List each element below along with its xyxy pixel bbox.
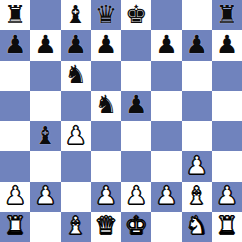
square-h6[interactable] (212, 61, 242, 91)
square-c2[interactable] (61, 182, 91, 212)
black-bishop: ♝ (64, 2, 86, 27)
square-h8[interactable]: ♜ (212, 0, 242, 30)
square-b5[interactable] (30, 91, 60, 121)
square-a8[interactable]: ♜ (0, 0, 30, 30)
square-f2[interactable]: ♟ (151, 182, 181, 212)
black-rook: ♜ (4, 2, 26, 27)
square-c7[interactable]: ♟ (61, 30, 91, 60)
square-c5[interactable] (61, 91, 91, 121)
square-c3[interactable] (61, 151, 91, 181)
square-a2[interactable]: ♟ (0, 182, 30, 212)
square-g6[interactable] (182, 61, 212, 91)
square-b8[interactable] (30, 0, 60, 30)
square-f1[interactable] (151, 212, 181, 242)
square-a6[interactable] (0, 61, 30, 91)
square-g1[interactable]: ♞ (182, 212, 212, 242)
square-g5[interactable] (182, 91, 212, 121)
square-c1[interactable]: ♝ (61, 212, 91, 242)
square-f7[interactable]: ♟ (151, 30, 181, 60)
square-e5[interactable]: ♟ (121, 91, 151, 121)
black-pawn: ♟ (64, 32, 86, 57)
black-pawn: ♟ (185, 32, 207, 57)
square-d2[interactable]: ♟ (91, 182, 121, 212)
square-g4[interactable] (182, 121, 212, 151)
square-h5[interactable] (212, 91, 242, 121)
black-knight: ♞ (64, 62, 86, 87)
square-f8[interactable] (151, 0, 181, 30)
square-h1[interactable]: ♜ (212, 212, 242, 242)
square-d7[interactable]: ♟ (91, 30, 121, 60)
black-rook: ♜ (216, 2, 238, 27)
white-queen: ♛ (95, 213, 117, 238)
square-d6[interactable] (91, 61, 121, 91)
square-d4[interactable] (91, 121, 121, 151)
white-pawn: ♟ (216, 183, 238, 208)
square-d3[interactable] (91, 151, 121, 181)
square-b7[interactable]: ♟ (30, 30, 60, 60)
white-king: ♚ (125, 213, 147, 238)
black-pawn: ♟ (216, 32, 238, 57)
square-d5[interactable]: ♞ (91, 91, 121, 121)
white-pawn: ♟ (95, 183, 117, 208)
square-a5[interactable] (0, 91, 30, 121)
square-b1[interactable] (30, 212, 60, 242)
black-knight: ♞ (95, 92, 117, 117)
square-e4[interactable] (121, 121, 151, 151)
square-a7[interactable]: ♟ (0, 30, 30, 60)
square-c6[interactable]: ♞ (61, 61, 91, 91)
square-e6[interactable] (121, 61, 151, 91)
square-a3[interactable] (0, 151, 30, 181)
square-f3[interactable] (151, 151, 181, 181)
square-d8[interactable]: ♛ (91, 0, 121, 30)
square-g3[interactable]: ♟ (182, 151, 212, 181)
square-g8[interactable] (182, 0, 212, 30)
white-bishop: ♝ (185, 183, 207, 208)
black-queen: ♛ (95, 2, 117, 27)
black-pawn: ♟ (4, 32, 26, 57)
square-g7[interactable]: ♟ (182, 30, 212, 60)
square-e3[interactable] (121, 151, 151, 181)
white-bishop: ♝ (64, 213, 86, 238)
square-e8[interactable]: ♚ (121, 0, 151, 30)
square-h3[interactable] (212, 151, 242, 181)
white-pawn: ♟ (4, 183, 26, 208)
square-e7[interactable] (121, 30, 151, 60)
white-pawn: ♟ (125, 183, 147, 208)
white-pawn: ♟ (64, 123, 86, 148)
square-f6[interactable] (151, 61, 181, 91)
square-b6[interactable] (30, 61, 60, 91)
white-rook: ♜ (4, 213, 26, 238)
square-b3[interactable] (30, 151, 60, 181)
square-h7[interactable]: ♟ (212, 30, 242, 60)
square-a1[interactable]: ♜ (0, 212, 30, 242)
square-h4[interactable] (212, 121, 242, 151)
white-pawn: ♟ (34, 183, 56, 208)
square-b4[interactable]: ♝ (30, 121, 60, 151)
square-f4[interactable] (151, 121, 181, 151)
square-c8[interactable]: ♝ (61, 0, 91, 30)
square-h2[interactable]: ♟ (212, 182, 242, 212)
black-pawn: ♟ (155, 32, 177, 57)
square-f5[interactable] (151, 91, 181, 121)
square-c4[interactable]: ♟ (61, 121, 91, 151)
square-e2[interactable]: ♟ (121, 182, 151, 212)
square-a4[interactable] (0, 121, 30, 151)
white-pawn: ♟ (155, 183, 177, 208)
black-bishop: ♝ (34, 123, 56, 148)
square-g2[interactable]: ♝ (182, 182, 212, 212)
black-pawn: ♟ (34, 32, 56, 57)
black-pawn: ♟ (95, 32, 117, 57)
black-king: ♚ (125, 2, 147, 27)
black-pawn: ♟ (125, 92, 147, 117)
square-d1[interactable]: ♛ (91, 212, 121, 242)
square-e1[interactable]: ♚ (121, 212, 151, 242)
white-pawn: ♟ (185, 153, 207, 178)
white-rook: ♜ (216, 213, 238, 238)
square-b2[interactable]: ♟ (30, 182, 60, 212)
white-knight: ♞ (185, 213, 207, 238)
chess-board: ♜♝♛♚♜♟♟♟♟♟♟♟♞♞♟♝♟♟♟♟♟♟♟♝♟♜♝♛♚♞♜ (0, 0, 242, 242)
